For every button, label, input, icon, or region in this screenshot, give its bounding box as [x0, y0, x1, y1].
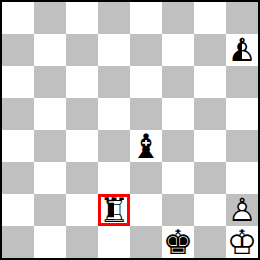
- white-king-piece: ♚♔: [226, 226, 258, 258]
- square-d5[interactable]: [98, 98, 130, 130]
- square-f8[interactable]: [162, 2, 194, 34]
- square-d3[interactable]: [98, 162, 130, 194]
- piece-glyph: ♝: [130, 130, 162, 162]
- square-a2[interactable]: [2, 194, 34, 226]
- square-h8[interactable]: [226, 2, 258, 34]
- square-f3[interactable]: [162, 162, 194, 194]
- square-a4[interactable]: [2, 130, 34, 162]
- square-f7[interactable]: [162, 34, 194, 66]
- square-h4[interactable]: [226, 130, 258, 162]
- square-e6[interactable]: [130, 66, 162, 98]
- square-e4[interactable]: ♝: [130, 130, 162, 162]
- square-b1[interactable]: [34, 226, 66, 258]
- square-e1[interactable]: [130, 226, 162, 258]
- square-g6[interactable]: [194, 66, 226, 98]
- square-g3[interactable]: [194, 162, 226, 194]
- piece-glyph: ♙: [226, 194, 258, 226]
- square-h5[interactable]: [226, 98, 258, 130]
- square-d4[interactable]: [98, 130, 130, 162]
- square-d2[interactable]: ♜♜♖: [98, 194, 130, 226]
- square-c4[interactable]: [66, 130, 98, 162]
- piece-glyph: ♟: [226, 34, 258, 66]
- square-h7[interactable]: ♟♟♙: [226, 34, 258, 66]
- square-f4[interactable]: [162, 130, 194, 162]
- square-c3[interactable]: [66, 162, 98, 194]
- square-h2[interactable]: ♟♙: [226, 194, 258, 226]
- neutral-rook-piece: ♜♜♖: [98, 194, 130, 226]
- chess-board: ♟♟♙♝♜♜♖♟♙♚♚♔: [0, 0, 260, 260]
- square-c8[interactable]: [66, 2, 98, 34]
- white-pawn-piece: ♟♙: [226, 194, 258, 226]
- square-a3[interactable]: [2, 162, 34, 194]
- square-g5[interactable]: [194, 98, 226, 130]
- square-b8[interactable]: [34, 2, 66, 34]
- square-g7[interactable]: [194, 34, 226, 66]
- square-e5[interactable]: [130, 98, 162, 130]
- square-a7[interactable]: [2, 34, 34, 66]
- square-e2[interactable]: [130, 194, 162, 226]
- square-h6[interactable]: [226, 66, 258, 98]
- piece-glyph: ♔: [226, 226, 258, 258]
- black-king-piece: ♚: [162, 226, 194, 258]
- square-d8[interactable]: [98, 2, 130, 34]
- square-h1[interactable]: ♚♔: [226, 226, 258, 258]
- piece-glyph: ♟: [226, 34, 258, 66]
- chess-diagram: ♟♟♙♝♜♜♖♟♙♚♚♔: [0, 0, 260, 260]
- piece-glyph: ♙: [226, 34, 258, 66]
- square-g4[interactable]: [194, 130, 226, 162]
- square-a5[interactable]: [2, 98, 34, 130]
- square-a8[interactable]: [2, 2, 34, 34]
- square-b5[interactable]: [34, 98, 66, 130]
- square-c6[interactable]: [66, 66, 98, 98]
- square-b2[interactable]: [34, 194, 66, 226]
- square-d1[interactable]: [98, 226, 130, 258]
- square-c7[interactable]: [66, 34, 98, 66]
- square-c5[interactable]: [66, 98, 98, 130]
- square-e7[interactable]: [130, 34, 162, 66]
- black-bishop-piece: ♝: [130, 130, 162, 162]
- square-b7[interactable]: [34, 34, 66, 66]
- piece-glyph: ♖: [98, 194, 130, 226]
- piece-glyph: ♚: [162, 226, 194, 258]
- square-d6[interactable]: [98, 66, 130, 98]
- piece-glyph: ♜: [98, 194, 130, 226]
- square-g8[interactable]: [194, 2, 226, 34]
- square-a1[interactable]: [2, 226, 34, 258]
- square-g2[interactable]: [194, 194, 226, 226]
- square-f5[interactable]: [162, 98, 194, 130]
- piece-glyph: ♚: [226, 226, 258, 258]
- square-b4[interactable]: [34, 130, 66, 162]
- piece-glyph: ♟: [226, 194, 258, 226]
- square-f6[interactable]: [162, 66, 194, 98]
- square-f1[interactable]: ♚: [162, 226, 194, 258]
- square-e8[interactable]: [130, 2, 162, 34]
- square-c2[interactable]: [66, 194, 98, 226]
- neutral-pawn-piece: ♟♟♙: [226, 34, 258, 66]
- piece-glyph: ♜: [98, 194, 130, 226]
- square-e3[interactable]: [130, 162, 162, 194]
- square-b6[interactable]: [34, 66, 66, 98]
- square-d7[interactable]: [98, 34, 130, 66]
- square-c1[interactable]: [66, 226, 98, 258]
- square-f2[interactable]: [162, 194, 194, 226]
- square-g1[interactable]: [194, 226, 226, 258]
- square-b3[interactable]: [34, 162, 66, 194]
- square-a6[interactable]: [2, 66, 34, 98]
- square-h3[interactable]: [226, 162, 258, 194]
